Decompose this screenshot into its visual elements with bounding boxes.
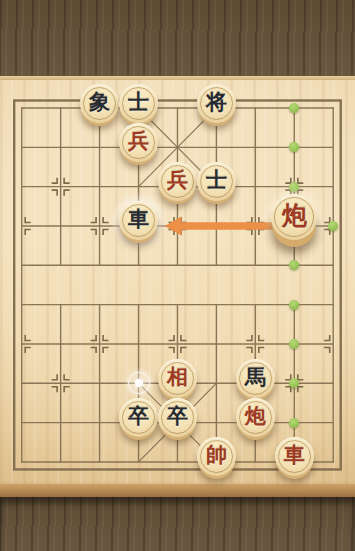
piece-glyph: 卒 [128, 406, 149, 427]
piece-glyph: 卒 [167, 406, 188, 427]
click-marker [127, 371, 151, 395]
piece-glyph: 将 [206, 92, 227, 113]
piece-glyph: 車 [128, 209, 149, 230]
piece-red-cannon[interactable]: 炮 [236, 398, 275, 437]
piece-red-chariot[interactable]: 車 [275, 437, 314, 476]
piece-glyph: 炮 [282, 203, 307, 228]
piece-black-horse[interactable]: 馬 [236, 359, 275, 398]
piece-glyph: 兵 [167, 170, 188, 191]
piece-glyph: 兵 [128, 131, 149, 152]
piece-glyph: 相 [167, 367, 188, 388]
piece-glyph: 帥 [206, 445, 227, 466]
piece-glyph: 士 [206, 170, 227, 191]
piece-black-elephant[interactable]: 象 [80, 84, 119, 123]
piece-glyph: 象 [89, 92, 110, 113]
xiangqi-game-screen: 象士将兵兵士車炮相馬卒卒炮帥車 [0, 0, 355, 551]
piece-black-advisor[interactable]: 士 [197, 162, 236, 201]
piece-black-general[interactable]: 将 [197, 84, 236, 123]
piece-glyph: 馬 [245, 367, 266, 388]
legal-move-dot[interactable] [289, 182, 299, 192]
legal-move-dot[interactable] [289, 418, 299, 428]
legal-move-dot[interactable] [289, 300, 299, 310]
piece-glyph: 士 [128, 92, 149, 113]
piece-red-soldier[interactable]: 兵 [158, 162, 197, 201]
click-marker-core [135, 379, 143, 387]
piece-red-soldier[interactable]: 兵 [119, 123, 158, 162]
piece-glyph: 炮 [245, 406, 266, 427]
piece-red-elephant[interactable]: 相 [158, 359, 197, 398]
piece-black-soldier[interactable]: 卒 [119, 398, 158, 437]
piece-black-soldier[interactable]: 卒 [158, 398, 197, 437]
piece-red-cannon[interactable]: 炮 [271, 194, 317, 240]
piece-glyph: 車 [284, 445, 305, 466]
piece-black-advisor[interactable]: 士 [119, 84, 158, 123]
